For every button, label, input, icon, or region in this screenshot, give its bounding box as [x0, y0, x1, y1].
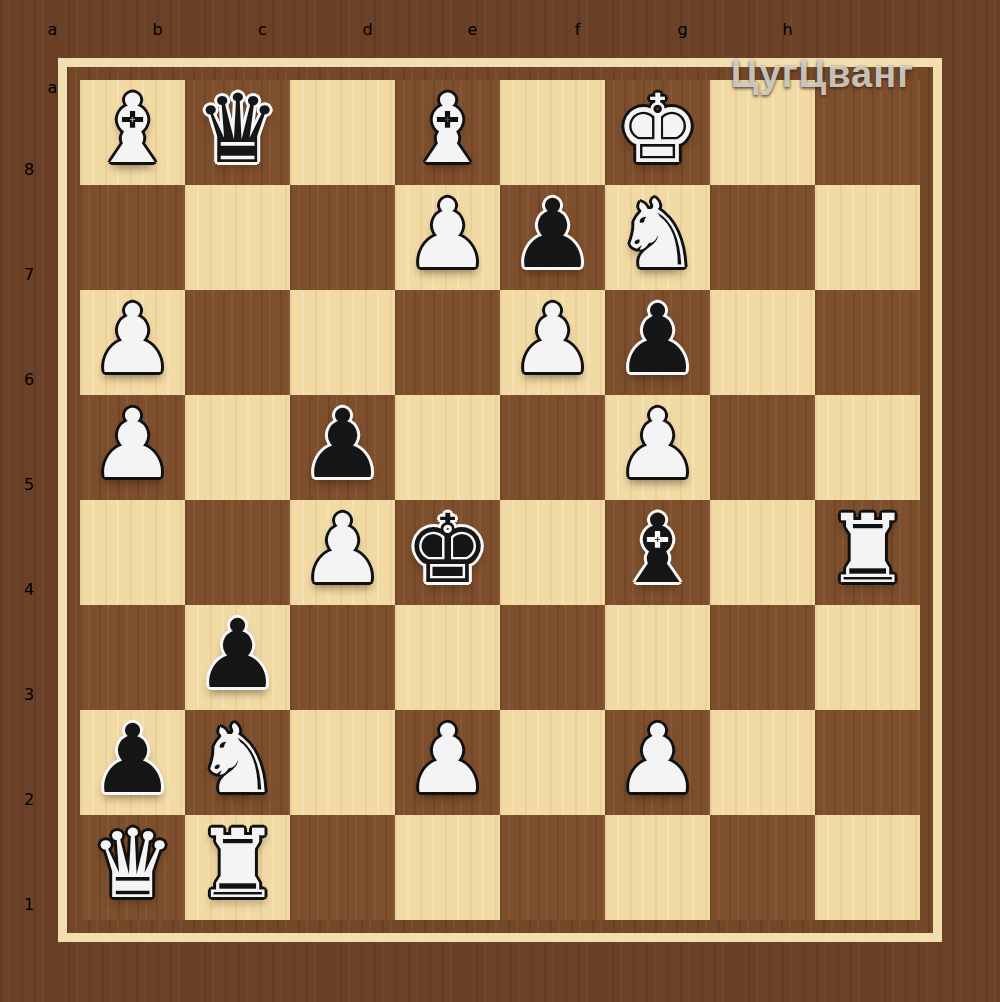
square-h5[interactable] — [815, 395, 920, 500]
square-h4[interactable]: ♜ — [815, 500, 920, 605]
rank-label-3: 3 — [0, 642, 58, 747]
file-label-b: b — [105, 0, 210, 58]
white-bishop[interactable]: ♝ — [80, 80, 185, 185]
rank-label-8: 8 — [0, 117, 58, 222]
rank-label-4: 4 — [0, 537, 58, 642]
square-b3[interactable]: ♟ — [185, 605, 290, 710]
black-king[interactable]: ♚ — [395, 500, 500, 605]
white-pawn[interactable]: ♟ — [395, 710, 500, 815]
square-a6[interactable]: ♟ — [80, 290, 185, 395]
square-h2[interactable] — [815, 710, 920, 815]
file-label-e: e — [420, 0, 525, 58]
square-f7[interactable]: ♞ — [605, 185, 710, 290]
black-pawn[interactable]: ♟ — [500, 185, 605, 290]
square-c3[interactable] — [290, 605, 395, 710]
square-d3[interactable] — [395, 605, 500, 710]
file-label-g: g — [630, 0, 735, 58]
square-f6[interactable]: ♟ — [605, 290, 710, 395]
square-f2[interactable]: ♟ — [605, 710, 710, 815]
watermark-text: ЦугЦванг — [731, 53, 914, 96]
rank-label-6: 6 — [0, 327, 58, 432]
square-c6[interactable] — [290, 290, 395, 395]
square-d8[interactable]: ♝ — [395, 80, 500, 185]
square-g5[interactable] — [710, 395, 815, 500]
white-pawn[interactable]: ♟ — [80, 395, 185, 500]
white-king[interactable]: ♚ — [605, 80, 710, 185]
black-pawn[interactable]: ♟ — [80, 710, 185, 815]
white-pawn[interactable]: ♟ — [605, 710, 710, 815]
square-f1[interactable] — [605, 815, 710, 920]
file-label-d: d — [315, 0, 420, 58]
rank-label-8: 8 — [0, 957, 58, 1002]
square-f8[interactable]: ♚ — [605, 80, 710, 185]
white-pawn[interactable]: ♟ — [500, 290, 605, 395]
square-a2[interactable]: ♟ — [80, 710, 185, 815]
square-g4[interactable] — [710, 500, 815, 605]
square-d5[interactable] — [395, 395, 500, 500]
square-d7[interactable]: ♟ — [395, 185, 500, 290]
square-c4[interactable]: ♟ — [290, 500, 395, 605]
square-h6[interactable] — [815, 290, 920, 395]
square-h7[interactable] — [815, 185, 920, 290]
square-d2[interactable]: ♟ — [395, 710, 500, 815]
square-f4[interactable]: ♝ — [605, 500, 710, 605]
white-rook[interactable]: ♜ — [815, 500, 920, 605]
black-pawn[interactable]: ♟ — [605, 290, 710, 395]
square-b1[interactable]: ♜ — [185, 815, 290, 920]
square-e7[interactable]: ♟ — [500, 185, 605, 290]
square-c2[interactable] — [290, 710, 395, 815]
white-rook[interactable]: ♜ — [185, 815, 290, 920]
square-a7[interactable] — [80, 185, 185, 290]
square-d1[interactable] — [395, 815, 500, 920]
file-label-f: f — [525, 0, 630, 58]
board-grid: ♝♛♝♚♟♟♞♟♟♟♟♟♟♟♚♝♜♟♟♞♟♟♛♜ — [80, 80, 920, 920]
square-e8[interactable] — [500, 80, 605, 185]
file-labels-top: abcdefgh — [0, 0, 840, 58]
square-c8[interactable] — [290, 80, 395, 185]
square-h3[interactable] — [815, 605, 920, 710]
square-b7[interactable] — [185, 185, 290, 290]
file-label-c: c — [210, 0, 315, 58]
white-pawn[interactable]: ♟ — [290, 500, 395, 605]
square-g1[interactable] — [710, 815, 815, 920]
square-c5[interactable]: ♟ — [290, 395, 395, 500]
square-d6[interactable] — [395, 290, 500, 395]
square-b8[interactable]: ♛ — [185, 80, 290, 185]
chess-board-diagram: abcdefgh abcdefgh 87654321 87654321 ♝♛♝♚… — [0, 0, 1000, 1002]
square-g3[interactable] — [710, 605, 815, 710]
rank-label-7: 7 — [0, 222, 58, 327]
file-label-h: h — [735, 0, 840, 58]
square-e5[interactable] — [500, 395, 605, 500]
white-knight[interactable]: ♞ — [605, 185, 710, 290]
square-a5[interactable]: ♟ — [80, 395, 185, 500]
square-f3[interactable] — [605, 605, 710, 710]
black-bishop[interactable]: ♝ — [605, 500, 710, 605]
square-g7[interactable] — [710, 185, 815, 290]
square-e3[interactable] — [500, 605, 605, 710]
white-pawn[interactable]: ♟ — [605, 395, 710, 500]
chess-board: ♝♛♝♚♟♟♞♟♟♟♟♟♟♟♚♝♜♟♟♞♟♟♛♜ — [58, 58, 942, 942]
rank-label-2: 2 — [0, 747, 58, 852]
white-bishop[interactable]: ♝ — [395, 80, 500, 185]
square-a1[interactable]: ♛ — [80, 815, 185, 920]
square-e2[interactable] — [500, 710, 605, 815]
black-pawn[interactable]: ♟ — [185, 605, 290, 710]
square-h1[interactable] — [815, 815, 920, 920]
square-c7[interactable] — [290, 185, 395, 290]
square-f5[interactable]: ♟ — [605, 395, 710, 500]
square-e4[interactable] — [500, 500, 605, 605]
black-pawn[interactable]: ♟ — [290, 395, 395, 500]
square-b2[interactable]: ♞ — [185, 710, 290, 815]
square-c1[interactable] — [290, 815, 395, 920]
square-d4[interactable]: ♚ — [395, 500, 500, 605]
square-b4[interactable] — [185, 500, 290, 605]
file-label-a: a — [0, 0, 105, 58]
rank-label-1: 1 — [0, 852, 58, 957]
white-knight[interactable]: ♞ — [185, 710, 290, 815]
square-e1[interactable] — [500, 815, 605, 920]
square-b5[interactable] — [185, 395, 290, 500]
square-a8[interactable]: ♝ — [80, 80, 185, 185]
square-a4[interactable] — [80, 500, 185, 605]
square-e6[interactable]: ♟ — [500, 290, 605, 395]
square-b6[interactable] — [185, 290, 290, 395]
rank-label-5: 5 — [0, 432, 58, 537]
square-g6[interactable] — [710, 290, 815, 395]
white-pawn[interactable]: ♟ — [395, 185, 500, 290]
square-g2[interactable] — [710, 710, 815, 815]
rank-labels-left: 87654321 — [0, 117, 58, 957]
black-queen[interactable]: ♛ — [185, 80, 290, 185]
white-queen[interactable]: ♛ — [80, 815, 185, 920]
white-pawn[interactable]: ♟ — [80, 290, 185, 395]
rank-labels-right: 87654321 — [0, 957, 58, 1002]
square-a3[interactable] — [80, 605, 185, 710]
